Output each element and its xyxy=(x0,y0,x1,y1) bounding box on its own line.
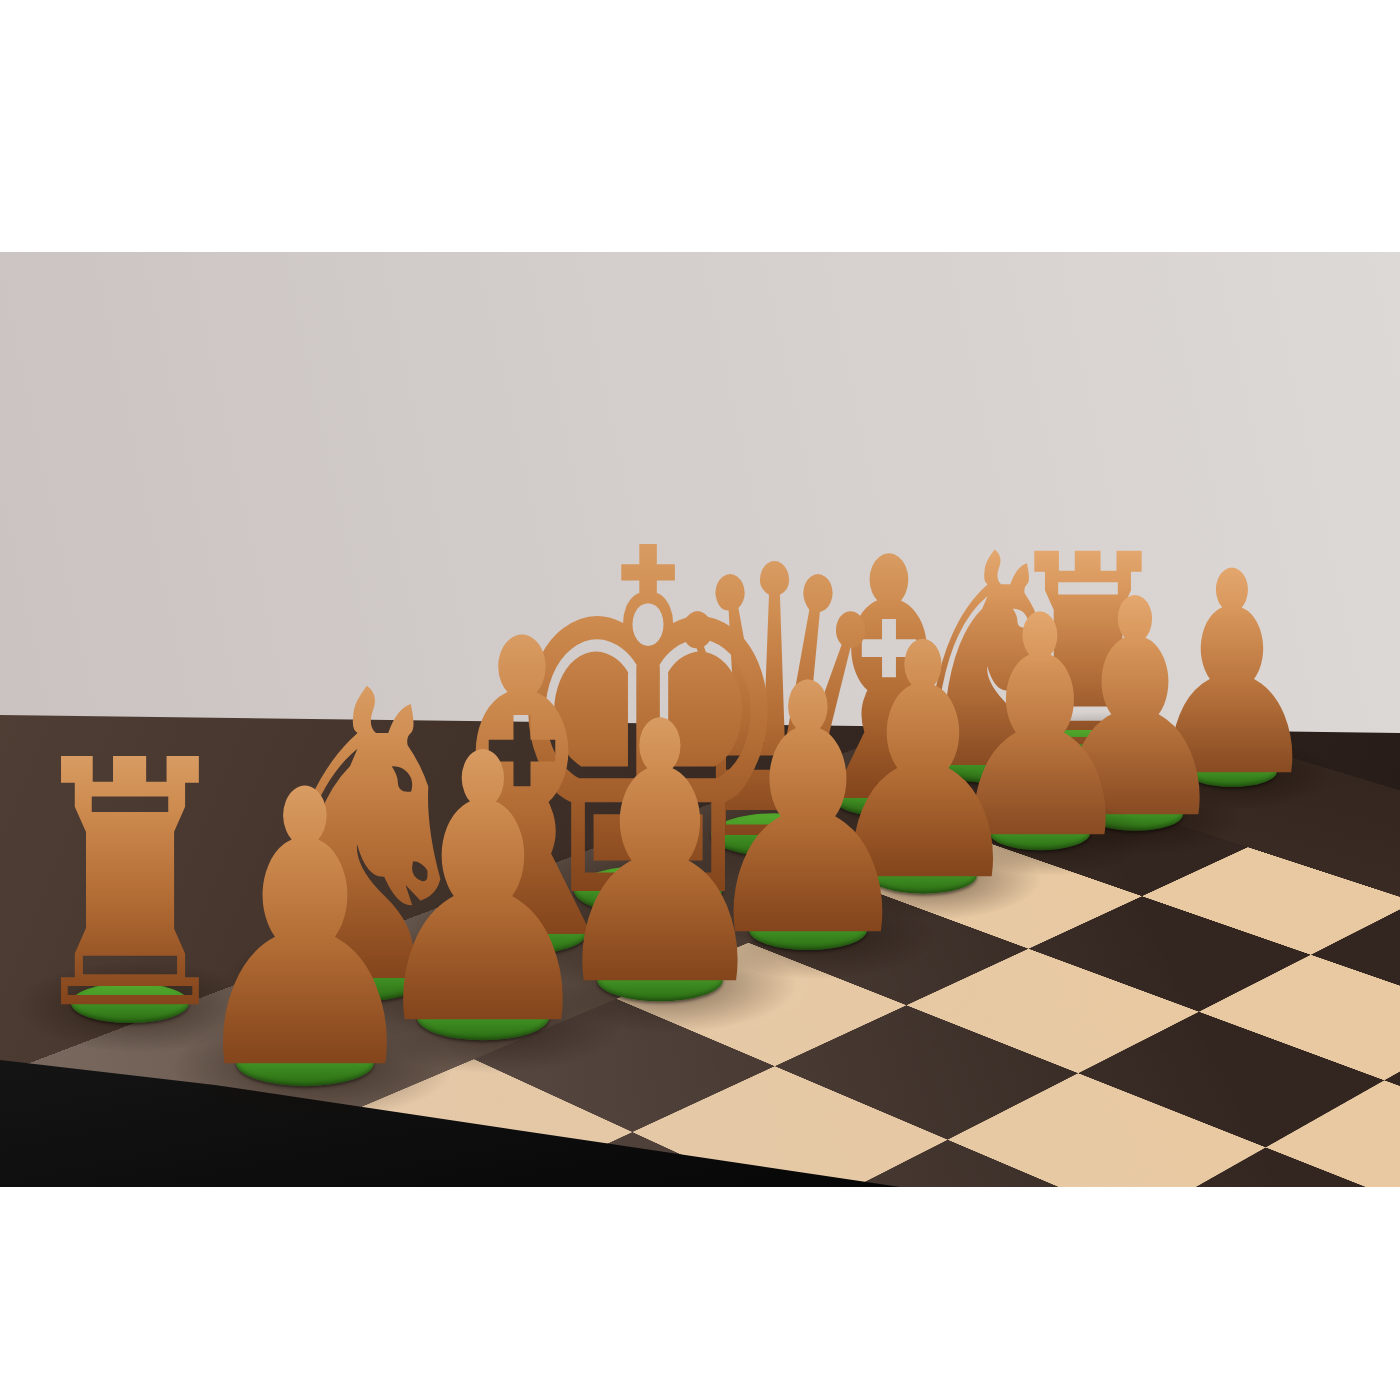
pawn-glyph: ♟ xyxy=(182,742,427,1122)
piece-white-pawn-h2: ♟ xyxy=(135,742,476,1122)
pieces-layer: ♜♞♝♚♛♝♞♜♟♟♟♟♟♟♟♟ xyxy=(0,252,1400,1187)
product-photo: ♜♞♝♚♛♝♞♜♟♟♟♟♟♟♟♟ xyxy=(0,252,1400,1187)
